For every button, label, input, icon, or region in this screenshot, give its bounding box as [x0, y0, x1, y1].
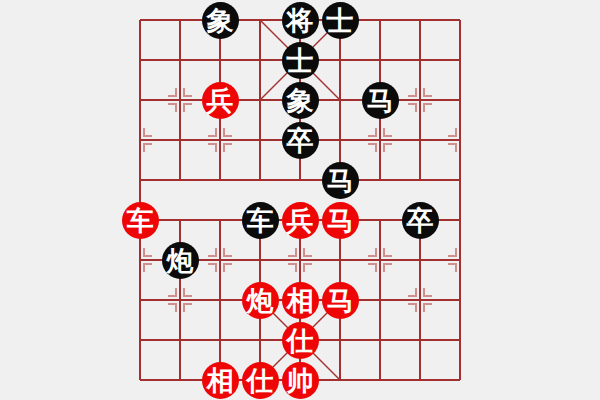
board-point[interactable]: [160, 360, 200, 400]
black-soldier-piece[interactable]: 卒: [282, 122, 319, 159]
board-point[interactable]: [360, 320, 400, 360]
black-horse-piece[interactable]: 马: [322, 162, 359, 199]
board-point[interactable]: [440, 40, 480, 80]
board-point[interactable]: 兵: [200, 80, 240, 120]
red-chariot-piece[interactable]: 车: [122, 202, 159, 239]
board-point[interactable]: [400, 280, 440, 320]
red-advisor-piece[interactable]: 仕: [282, 322, 319, 359]
board-point[interactable]: [160, 160, 200, 200]
board-point[interactable]: [240, 320, 280, 360]
board-point[interactable]: [120, 360, 160, 400]
board-point[interactable]: 炮: [160, 240, 200, 280]
board-point[interactable]: 帅: [280, 360, 320, 400]
board-point[interactable]: [440, 360, 480, 400]
board-point[interactable]: 将: [280, 0, 320, 40]
board-point[interactable]: 马: [320, 160, 360, 200]
red-cannon-piece[interactable]: 炮: [242, 282, 279, 319]
black-soldier-piece[interactable]: 卒: [402, 202, 439, 239]
board-point[interactable]: [160, 320, 200, 360]
board-point[interactable]: [320, 360, 360, 400]
red-soldier-piece[interactable]: 兵: [282, 202, 319, 239]
board-point[interactable]: 卒: [400, 200, 440, 240]
board-point[interactable]: [320, 320, 360, 360]
board-point[interactable]: [200, 320, 240, 360]
board-point[interactable]: [120, 40, 160, 80]
black-elephant-piece[interactable]: 象: [282, 82, 319, 119]
board-point[interactable]: [240, 120, 280, 160]
red-elephant-piece[interactable]: 相: [202, 362, 239, 399]
board-point[interactable]: [320, 80, 360, 120]
board-point[interactable]: [120, 240, 160, 280]
board-point[interactable]: [200, 160, 240, 200]
board-point[interactable]: [440, 280, 480, 320]
board-point[interactable]: [440, 160, 480, 200]
board-point[interactable]: 象: [280, 80, 320, 120]
board-point[interactable]: [200, 240, 240, 280]
board-point[interactable]: [120, 0, 160, 40]
board-point[interactable]: [160, 80, 200, 120]
board-point[interactable]: [400, 240, 440, 280]
board-point[interactable]: [200, 200, 240, 240]
board-point[interactable]: 仕: [240, 360, 280, 400]
board-grid: 象将士士兵象马卒马车车兵马卒炮炮相马仕相仕帅: [120, 0, 480, 400]
board-point[interactable]: 马: [320, 280, 360, 320]
board-point[interactable]: [320, 120, 360, 160]
board-point[interactable]: [400, 0, 440, 40]
board-point[interactable]: [400, 120, 440, 160]
board-point[interactable]: [200, 40, 240, 80]
black-chariot-piece[interactable]: 车: [242, 202, 279, 239]
board-point[interactable]: [400, 160, 440, 200]
board-point[interactable]: 相: [200, 360, 240, 400]
red-general-piece[interactable]: 帅: [282, 362, 319, 399]
board-point[interactable]: [360, 40, 400, 80]
board-point[interactable]: [400, 80, 440, 120]
board-point[interactable]: [440, 120, 480, 160]
board-point[interactable]: 象: [200, 0, 240, 40]
board-point[interactable]: 炮: [240, 280, 280, 320]
board-point[interactable]: [440, 240, 480, 280]
board-point[interactable]: [120, 320, 160, 360]
board-point[interactable]: [160, 40, 200, 80]
board-point[interactable]: [360, 360, 400, 400]
red-elephant-piece[interactable]: 相: [282, 282, 319, 319]
board-point[interactable]: [440, 200, 480, 240]
board-point[interactable]: [160, 280, 200, 320]
board-point[interactable]: [440, 80, 480, 120]
board-point[interactable]: [200, 120, 240, 160]
red-advisor-piece[interactable]: 仕: [242, 362, 279, 399]
board-point[interactable]: [240, 40, 280, 80]
board-point[interactable]: [240, 80, 280, 120]
black-advisor-piece[interactable]: 士: [282, 42, 319, 79]
board-point[interactable]: [360, 0, 400, 40]
board-point[interactable]: [160, 200, 200, 240]
board-point[interactable]: 车: [240, 200, 280, 240]
board-point[interactable]: [400, 320, 440, 360]
board-point[interactable]: 士: [280, 40, 320, 80]
board-point[interactable]: 车: [120, 200, 160, 240]
board-point[interactable]: 卒: [280, 120, 320, 160]
board-point[interactable]: [360, 160, 400, 200]
black-elephant-piece[interactable]: 象: [202, 2, 239, 39]
board-point[interactable]: [360, 120, 400, 160]
board-point[interactable]: [240, 240, 280, 280]
board-point[interactable]: [360, 240, 400, 280]
board-point[interactable]: [160, 120, 200, 160]
board-point[interactable]: [440, 320, 480, 360]
board-point[interactable]: [360, 200, 400, 240]
board-point[interactable]: [120, 280, 160, 320]
board-point[interactable]: 马: [360, 80, 400, 120]
board-point[interactable]: [280, 240, 320, 280]
board-point[interactable]: [240, 160, 280, 200]
board-point[interactable]: [120, 160, 160, 200]
board-point[interactable]: 马: [320, 200, 360, 240]
board-point[interactable]: 仕: [280, 320, 320, 360]
board-point[interactable]: [240, 0, 280, 40]
board-point[interactable]: [360, 280, 400, 320]
board-point[interactable]: [320, 40, 360, 80]
red-horse-piece[interactable]: 马: [322, 282, 359, 319]
black-horse-piece[interactable]: 马: [362, 82, 399, 119]
board-point[interactable]: 兵: [280, 200, 320, 240]
board-point[interactable]: [160, 0, 200, 40]
black-advisor-piece[interactable]: 士: [322, 2, 359, 39]
red-horse-piece[interactable]: 马: [322, 202, 359, 239]
board-point[interactable]: [200, 280, 240, 320]
black-cannon-piece[interactable]: 炮: [162, 242, 199, 279]
board-point[interactable]: [400, 360, 440, 400]
board-point[interactable]: 相: [280, 280, 320, 320]
board-point[interactable]: 士: [320, 0, 360, 40]
board-point[interactable]: [280, 160, 320, 200]
board-point[interactable]: [120, 120, 160, 160]
board-point[interactable]: [440, 0, 480, 40]
black-general-piece[interactable]: 将: [282, 2, 319, 39]
xiangqi-app: 象将士士兵象马卒马车车兵马卒炮炮相马仕相仕帅: [0, 0, 600, 400]
board-point[interactable]: [320, 240, 360, 280]
board-point[interactable]: [120, 80, 160, 120]
board-point[interactable]: [400, 40, 440, 80]
red-soldier-piece[interactable]: 兵: [202, 82, 239, 119]
xiangqi-board: 象将士士兵象马卒马车车兵马卒炮炮相马仕相仕帅: [120, 0, 480, 400]
